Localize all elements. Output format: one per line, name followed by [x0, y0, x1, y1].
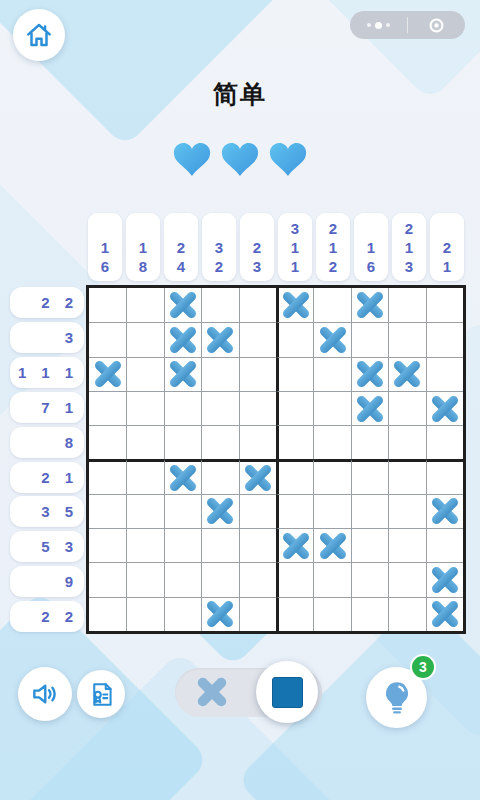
cell-r9c10[interactable]: [426, 562, 463, 596]
cell-r8c4[interactable]: [201, 528, 238, 562]
achievements-button[interactable]: [77, 670, 125, 718]
cross-mark: [318, 531, 348, 561]
cell-r6c9[interactable]: [388, 459, 425, 493]
cell-r2c4[interactable]: [201, 322, 238, 356]
cross-mark: [281, 290, 311, 320]
cell-r1c8[interactable]: [351, 288, 388, 322]
cross-mode-icon[interactable]: [196, 676, 228, 708]
board: [86, 285, 466, 634]
row-clue-1: 22: [10, 287, 84, 318]
col-clue-3: 24: [164, 213, 198, 281]
cross-mark: [430, 394, 460, 424]
cell-r10c9[interactable]: [388, 597, 425, 631]
cell-r8c10[interactable]: [426, 528, 463, 562]
cell-r4c8[interactable]: [351, 391, 388, 425]
cross-mark: [205, 496, 235, 526]
cell-r5c8[interactable]: [351, 425, 388, 459]
cell-r9c4[interactable]: [201, 562, 238, 596]
cross-mark: [168, 290, 198, 320]
cell-r7c10[interactable]: [426, 494, 463, 528]
cell-r4c7[interactable]: [313, 391, 350, 425]
cell-r5c1[interactable]: [89, 425, 126, 459]
cell-r2c3[interactable]: [164, 322, 201, 356]
col-clue-4: 32: [202, 213, 236, 281]
row-clue-8: 53: [10, 531, 84, 562]
cross-mark: [205, 325, 235, 355]
cell-r6c10[interactable]: [426, 459, 463, 493]
row-clue-3: 111: [10, 357, 84, 388]
row-clue-7: 35: [10, 496, 84, 527]
cell-r10c3[interactable]: [164, 597, 201, 631]
cross-mark: [355, 359, 385, 389]
target-circle-icon: [427, 16, 446, 35]
row-clue-2: 3: [10, 322, 84, 353]
cell-r5c2[interactable]: [126, 425, 163, 459]
cell-r2c10[interactable]: [426, 322, 463, 356]
cell-r3c4[interactable]: [201, 357, 238, 391]
cell-r2c1[interactable]: [89, 322, 126, 356]
col-clue-1: 16: [88, 213, 122, 281]
cell-r2c9[interactable]: [388, 322, 425, 356]
cell-r3c2[interactable]: [126, 357, 163, 391]
cell-r10c8[interactable]: [351, 597, 388, 631]
cross-mark: [430, 599, 460, 629]
cell-r9c7[interactable]: [313, 562, 350, 596]
cell-r7c5[interactable]: [239, 494, 276, 528]
cell-r9c2[interactable]: [126, 562, 163, 596]
cell-r8c5[interactable]: [239, 528, 276, 562]
col-clue-2: 18: [126, 213, 160, 281]
cell-r1c2[interactable]: [126, 288, 163, 322]
cell-r10c7[interactable]: [313, 597, 350, 631]
cell-r10c5[interactable]: [239, 597, 276, 631]
cross-mark: [168, 463, 198, 493]
cell-r10c4[interactable]: [201, 597, 238, 631]
cross-mark: [318, 325, 348, 355]
cell-r6c5[interactable]: [239, 459, 276, 493]
cell-r8c7[interactable]: [313, 528, 350, 562]
cell-r3c3[interactable]: [164, 357, 201, 391]
cell-r8c2[interactable]: [126, 528, 163, 562]
row-clue-9: 9: [10, 566, 84, 597]
home-button[interactable]: [13, 9, 65, 61]
capsule-exit-button[interactable]: [408, 11, 465, 39]
fill-mode-icon: [272, 677, 303, 708]
row-clue-10: 22: [10, 601, 84, 632]
cell-r6c7[interactable]: [313, 459, 350, 493]
cross-mark: [430, 565, 460, 595]
heart-icon: [173, 143, 211, 177]
cross-mark: [355, 394, 385, 424]
cell-r7c6[interactable]: [276, 494, 313, 528]
cell-r4c1[interactable]: [89, 391, 126, 425]
lives-row: [0, 143, 480, 177]
cross-mark: [168, 359, 198, 389]
cross-mark: [168, 325, 198, 355]
cell-r4c6[interactable]: [276, 391, 313, 425]
col-clue-5: 23: [240, 213, 274, 281]
cross-mark: [205, 599, 235, 629]
cell-r9c9[interactable]: [388, 562, 425, 596]
cell-r4c2[interactable]: [126, 391, 163, 425]
cell-r1c4[interactable]: [201, 288, 238, 322]
cell-r9c1[interactable]: [89, 562, 126, 596]
cell-r4c3[interactable]: [164, 391, 201, 425]
cell-r3c5[interactable]: [239, 357, 276, 391]
more-dots-icon: [386, 23, 390, 27]
cell-r3c1[interactable]: [89, 357, 126, 391]
col-clue-6: 311: [278, 213, 312, 281]
col-clue-9: 213: [392, 213, 426, 281]
cell-r10c6[interactable]: [276, 597, 313, 631]
cell-r1c6[interactable]: [276, 288, 313, 322]
cross-mark: [281, 531, 311, 561]
cell-r6c6[interactable]: [276, 459, 313, 493]
cell-r4c4[interactable]: [201, 391, 238, 425]
page-title: 简单: [0, 78, 480, 111]
cell-r9c6[interactable]: [276, 562, 313, 596]
cell-r5c6[interactable]: [276, 425, 313, 459]
cell-r6c2[interactable]: [126, 459, 163, 493]
cell-r9c8[interactable]: [351, 562, 388, 596]
cell-r7c2[interactable]: [126, 494, 163, 528]
cell-r5c3[interactable]: [164, 425, 201, 459]
cell-r9c5[interactable]: [239, 562, 276, 596]
sound-button[interactable]: [18, 667, 72, 721]
cell-r2c6[interactable]: [276, 322, 313, 356]
cell-r2c5[interactable]: [239, 322, 276, 356]
more-dots-icon: [375, 22, 382, 29]
cell-r1c7[interactable]: [313, 288, 350, 322]
heart-icon: [221, 143, 259, 177]
miniprogram-capsule: [350, 11, 465, 39]
cross-mark: [355, 290, 385, 320]
lightbulb-icon: [378, 679, 416, 717]
cell-r3c9[interactable]: [388, 357, 425, 391]
cell-r6c8[interactable]: [351, 459, 388, 493]
cell-r3c8[interactable]: [351, 357, 388, 391]
speaker-icon: [29, 678, 61, 710]
cross-mark: [93, 359, 123, 389]
cell-r7c4[interactable]: [201, 494, 238, 528]
cell-r7c7[interactable]: [313, 494, 350, 528]
cell-r4c9[interactable]: [388, 391, 425, 425]
cell-r10c1[interactable]: [89, 597, 126, 631]
cell-r5c10[interactable]: [426, 425, 463, 459]
cell-r1c3[interactable]: [164, 288, 201, 322]
cell-r3c10[interactable]: [426, 357, 463, 391]
cell-r6c3[interactable]: [164, 459, 201, 493]
col-clue-7: 212: [316, 213, 350, 281]
cell-r6c4[interactable]: [201, 459, 238, 493]
more-dots-icon: [367, 23, 371, 27]
more-button[interactable]: [350, 11, 407, 39]
cell-r7c9[interactable]: [388, 494, 425, 528]
cell-r1c9[interactable]: [388, 288, 425, 322]
cell-r5c5[interactable]: [239, 425, 276, 459]
cell-r7c3[interactable]: [164, 494, 201, 528]
cell-r4c10[interactable]: [426, 391, 463, 425]
cell-r4c5[interactable]: [239, 391, 276, 425]
fill-mode-knob[interactable]: [256, 661, 318, 723]
heart-icon: [269, 143, 307, 177]
cell-r1c5[interactable]: [239, 288, 276, 322]
hint-count-badge: 3: [410, 654, 436, 680]
game-screen: 简单 16182432233112121621321 2231117182135…: [0, 0, 480, 800]
cell-r6c1[interactable]: [89, 459, 126, 493]
cell-r2c7[interactable]: [313, 322, 350, 356]
cell-r8c3[interactable]: [164, 528, 201, 562]
cross-mark: [392, 359, 422, 389]
home-icon: [24, 20, 54, 50]
cell-r2c2[interactable]: [126, 322, 163, 356]
row-clue-4: 71: [10, 392, 84, 423]
cell-r8c1[interactable]: [89, 528, 126, 562]
cell-r8c9[interactable]: [388, 528, 425, 562]
cell-r10c10[interactable]: [426, 597, 463, 631]
cell-r3c6[interactable]: [276, 357, 313, 391]
cell-r9c3[interactable]: [164, 562, 201, 596]
cell-r8c6[interactable]: [276, 528, 313, 562]
cell-r8c8[interactable]: [351, 528, 388, 562]
certificate-doc-icon: [87, 680, 116, 709]
cell-r10c2[interactable]: [126, 597, 163, 631]
cell-r1c10[interactable]: [426, 288, 463, 322]
row-clue-5: 8: [10, 427, 84, 458]
col-clue-10: 21: [430, 213, 464, 281]
cell-r7c1[interactable]: [89, 494, 126, 528]
row-clue-6: 21: [10, 462, 84, 493]
cell-r2c8[interactable]: [351, 322, 388, 356]
cell-r5c9[interactable]: [388, 425, 425, 459]
cross-mark: [430, 496, 460, 526]
cell-r5c7[interactable]: [313, 425, 350, 459]
cell-r7c8[interactable]: [351, 494, 388, 528]
cell-r3c7[interactable]: [313, 357, 350, 391]
cross-mark: [243, 463, 273, 493]
col-clue-8: 16: [354, 213, 388, 281]
cell-r5c4[interactable]: [201, 425, 238, 459]
cell-r1c1[interactable]: [89, 288, 126, 322]
